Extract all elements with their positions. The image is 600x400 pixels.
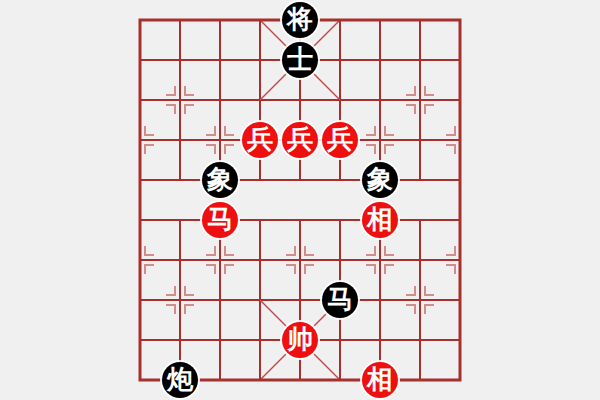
black-general[interactable]: 将 [282,2,318,38]
xiangqi-board: 将士兵兵兵象象马相马帅炮相 [0,0,600,400]
red-horse[interactable]: 马 [202,202,238,238]
red-elephant[interactable]: 相 [362,202,398,238]
black-elephant[interactable]: 象 [362,162,398,198]
black-cannon[interactable]: 炮 [162,362,198,398]
xiangqi-app: 将士兵兵兵象象马相马帅炮相 [0,0,600,400]
red-elephant[interactable]: 相 [362,362,398,398]
black-advisor[interactable]: 士 [282,42,318,78]
board-grid[interactable]: 将士兵兵兵象象马相马帅炮相 [120,0,480,400]
red-general[interactable]: 帅 [282,322,318,358]
red-soldier[interactable]: 兵 [282,122,318,158]
red-soldier[interactable]: 兵 [242,122,278,158]
black-elephant[interactable]: 象 [202,162,238,198]
black-horse[interactable]: 马 [322,282,358,318]
red-soldier[interactable]: 兵 [322,122,358,158]
